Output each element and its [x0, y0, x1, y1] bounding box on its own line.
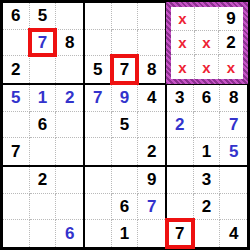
cell-r3c6[interactable]: 8	[138, 56, 165, 83]
cell-r9c2[interactable]	[30, 220, 57, 247]
cell-r9c7[interactable]: 7	[167, 220, 194, 247]
cell-r6c6[interactable]: 2	[138, 138, 165, 165]
cell-r8c5[interactable]: 6	[112, 194, 139, 221]
cell-r8c7[interactable]	[167, 194, 194, 221]
cell-r1c4[interactable]	[85, 3, 112, 30]
cell-r3c5[interactable]: 7	[112, 56, 139, 83]
cell-r7c3[interactable]	[56, 167, 83, 194]
cell-r4c5[interactable]: 9	[112, 85, 139, 112]
cell-r6c8[interactable]: 1	[194, 138, 221, 165]
cell-r8c3[interactable]	[56, 194, 83, 221]
cell-r5c5[interactable]: 5	[112, 112, 139, 139]
cell-r3c7[interactable]: x	[171, 55, 195, 79]
cell-r4c4[interactable]: 7	[85, 85, 112, 112]
cell-r8c8[interactable]: 2	[194, 194, 221, 221]
cell-r5c1[interactable]	[3, 112, 30, 139]
cell-r3c8[interactable]: x	[195, 55, 219, 79]
cell-r5c4[interactable]	[85, 112, 112, 139]
cell-r2c8[interactable]: x	[195, 31, 219, 55]
cell-r8c9[interactable]	[220, 194, 247, 221]
cell-r7c4[interactable]	[85, 167, 112, 194]
cell-r7c8[interactable]: 3	[194, 167, 221, 194]
box-r1c2: 578	[84, 2, 166, 84]
cell-r7c2[interactable]: 2	[30, 167, 57, 194]
cell-r4c3[interactable]: 2	[56, 85, 83, 112]
box-r2c2: 79452	[84, 84, 166, 166]
box-r2c1: 51267	[2, 84, 84, 166]
cell-r3c1[interactable]: 2	[3, 56, 30, 83]
cell-r6c3[interactable]	[56, 138, 83, 165]
cell-r6c4[interactable]	[85, 138, 112, 165]
cell-r7c1[interactable]	[3, 167, 30, 194]
cell-r7c9[interactable]	[220, 167, 247, 194]
cell-r2c3[interactable]: 8	[56, 30, 83, 57]
cell-r4c1[interactable]: 5	[3, 85, 30, 112]
cell-r9c3[interactable]: 6	[56, 220, 83, 247]
box-r2c3: 3682715	[166, 84, 248, 166]
cell-r9c1[interactable]	[3, 220, 30, 247]
cell-r2c7[interactable]: x	[171, 31, 195, 55]
cell-r1c2[interactable]: 5	[30, 3, 57, 30]
cell-r1c9[interactable]: 9	[219, 7, 243, 31]
cell-r3c4[interactable]: 5	[85, 56, 112, 83]
cell-r2c2[interactable]: 7	[30, 30, 57, 57]
cell-r8c4[interactable]	[85, 194, 112, 221]
box-r1c3: x9xx2xxx	[166, 2, 248, 84]
cell-r5c6[interactable]	[138, 112, 165, 139]
cell-r5c3[interactable]	[56, 112, 83, 139]
cell-r7c7[interactable]	[167, 167, 194, 194]
cell-r8c1[interactable]	[3, 194, 30, 221]
cell-r3c9[interactable]: x	[219, 55, 243, 79]
cell-r5c7[interactable]: 2	[167, 112, 194, 139]
cell-r4c6[interactable]: 4	[138, 85, 165, 112]
cell-r4c7[interactable]: 3	[167, 85, 194, 112]
cell-r1c7[interactable]: x	[171, 7, 195, 31]
cell-r2c6[interactable]	[138, 30, 165, 57]
cell-r1c3[interactable]	[56, 3, 83, 30]
cell-r2c9[interactable]: 2	[219, 31, 243, 55]
cell-r1c8[interactable]	[195, 7, 219, 31]
cell-r3c2[interactable]	[30, 56, 57, 83]
cell-r1c1[interactable]: 6	[3, 3, 30, 30]
cell-r8c6[interactable]: 7	[138, 194, 165, 221]
cell-r6c9[interactable]: 5	[220, 138, 247, 165]
cell-r3c3[interactable]	[56, 56, 83, 83]
cell-r4c2[interactable]: 1	[30, 85, 57, 112]
cell-r6c7[interactable]	[167, 138, 194, 165]
cell-r5c8[interactable]	[194, 112, 221, 139]
cell-r9c5[interactable]: 1	[112, 220, 139, 247]
cell-r9c9[interactable]: 4	[220, 220, 247, 247]
cell-r1c6[interactable]	[138, 3, 165, 30]
cell-r2c5[interactable]	[112, 30, 139, 57]
cell-r2c4[interactable]	[85, 30, 112, 57]
box-r1c1: 65782	[2, 2, 84, 84]
cell-r8c2[interactable]	[30, 194, 57, 221]
cell-r6c5[interactable]	[112, 138, 139, 165]
cell-r2c1[interactable]	[3, 30, 30, 57]
cell-r7c6[interactable]: 9	[138, 167, 165, 194]
cell-r4c9[interactable]: 8	[220, 85, 247, 112]
cell-r4c8[interactable]: 6	[194, 85, 221, 112]
cell-r6c2[interactable]	[30, 138, 57, 165]
sudoku-board: 65782578x9xx2xxx512677945236827152696713…	[0, 0, 250, 250]
cell-r5c2[interactable]: 6	[30, 112, 57, 139]
cell-r7c5[interactable]	[112, 167, 139, 194]
cell-r5c9[interactable]: 7	[220, 112, 247, 139]
cell-r9c6[interactable]	[138, 220, 165, 247]
box-r3c1: 26	[2, 166, 84, 248]
box-r3c3: 3274	[166, 166, 248, 248]
cell-r9c8[interactable]	[194, 220, 221, 247]
cell-r6c1[interactable]: 7	[3, 138, 30, 165]
cell-r1c5[interactable]	[112, 3, 139, 30]
cell-r9c4[interactable]	[85, 220, 112, 247]
box-r3c2: 9671	[84, 166, 166, 248]
